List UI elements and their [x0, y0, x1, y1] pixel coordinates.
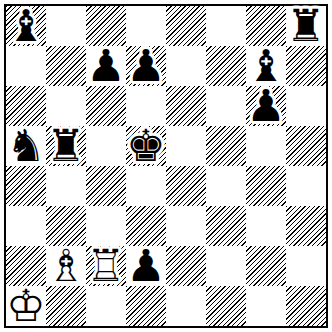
square-a4[interactable]	[6, 166, 46, 206]
square-d6[interactable]	[126, 86, 166, 126]
black-rook[interactable]: ♜	[46, 126, 86, 166]
square-a6[interactable]	[6, 86, 46, 126]
square-h5[interactable]	[286, 126, 326, 166]
square-b2[interactable]: ♝♗	[46, 246, 86, 286]
square-a2[interactable]	[6, 246, 46, 286]
square-g2[interactable]	[246, 246, 286, 286]
square-f5[interactable]	[206, 126, 246, 166]
white-king-glyph: ♔	[6, 286, 46, 326]
square-c5[interactable]	[86, 126, 126, 166]
square-f7[interactable]	[206, 46, 246, 86]
square-g1[interactable]	[246, 286, 286, 326]
square-g7[interactable]: ♝	[246, 46, 286, 86]
black-rook-glyph: ♜	[46, 126, 86, 166]
square-h7[interactable]	[286, 46, 326, 86]
square-a5[interactable]: ♞	[6, 126, 46, 166]
square-c4[interactable]	[86, 166, 126, 206]
square-h4[interactable]	[286, 166, 326, 206]
square-b8[interactable]	[46, 6, 86, 46]
black-bishop-glyph: ♝	[246, 46, 286, 86]
square-e8[interactable]	[166, 6, 206, 46]
square-f1[interactable]	[206, 286, 246, 326]
square-a8[interactable]: ♝	[6, 6, 46, 46]
black-pawn[interactable]: ♟	[246, 86, 286, 126]
black-rook[interactable]: ♜	[286, 6, 326, 46]
black-bishop[interactable]: ♝	[6, 6, 46, 46]
white-bishop-fill: ♝	[46, 246, 86, 286]
black-pawn-glyph: ♟	[86, 46, 126, 86]
black-bishop-glyph: ♝	[6, 6, 46, 46]
square-d8[interactable]	[126, 6, 166, 46]
square-g6[interactable]: ♟	[246, 86, 286, 126]
chess-diagram: ♝♜♟♟♝♟♞♜♚♝♗♜♖♟♚♔	[0, 0, 332, 332]
square-d2[interactable]: ♟	[126, 246, 166, 286]
square-b1[interactable]	[46, 286, 86, 326]
square-e3[interactable]	[166, 206, 206, 246]
white-rook-glyph: ♖	[86, 246, 126, 286]
square-h8[interactable]: ♜	[286, 6, 326, 46]
square-e7[interactable]	[166, 46, 206, 86]
square-g3[interactable]	[246, 206, 286, 246]
black-pawn-glyph: ♟	[126, 246, 166, 286]
black-knight[interactable]: ♞	[6, 126, 46, 166]
square-g4[interactable]	[246, 166, 286, 206]
black-knight-glyph: ♞	[6, 126, 46, 166]
white-king-fill: ♚	[6, 286, 46, 326]
square-d7[interactable]: ♟	[126, 46, 166, 86]
black-rook-glyph: ♜	[286, 6, 326, 46]
square-f6[interactable]	[206, 86, 246, 126]
square-f4[interactable]	[206, 166, 246, 206]
square-c2[interactable]: ♜♖	[86, 246, 126, 286]
square-h2[interactable]	[286, 246, 326, 286]
square-h1[interactable]	[286, 286, 326, 326]
square-c7[interactable]: ♟	[86, 46, 126, 86]
square-b7[interactable]	[46, 46, 86, 86]
black-pawn[interactable]: ♟	[126, 46, 166, 86]
square-a1[interactable]: ♚♔	[6, 286, 46, 326]
white-rook-fill: ♜	[86, 246, 126, 286]
square-g8[interactable]	[246, 6, 286, 46]
square-b5[interactable]: ♜	[46, 126, 86, 166]
square-g5[interactable]	[246, 126, 286, 166]
black-pawn[interactable]: ♟	[86, 46, 126, 86]
square-d3[interactable]	[126, 206, 166, 246]
square-c6[interactable]	[86, 86, 126, 126]
square-e6[interactable]	[166, 86, 206, 126]
square-b3[interactable]	[46, 206, 86, 246]
square-c3[interactable]	[86, 206, 126, 246]
square-e5[interactable]	[166, 126, 206, 166]
black-king-glyph: ♚	[126, 126, 166, 166]
white-bishop[interactable]: ♝♗	[46, 246, 86, 286]
square-c1[interactable]	[86, 286, 126, 326]
square-c8[interactable]	[86, 6, 126, 46]
square-e4[interactable]	[166, 166, 206, 206]
square-d5[interactable]: ♚	[126, 126, 166, 166]
board-frame: ♝♜♟♟♝♟♞♜♚♝♗♜♖♟♚♔	[4, 4, 328, 328]
square-f3[interactable]	[206, 206, 246, 246]
black-pawn[interactable]: ♟	[126, 246, 166, 286]
square-a3[interactable]	[6, 206, 46, 246]
square-e2[interactable]	[166, 246, 206, 286]
square-b6[interactable]	[46, 86, 86, 126]
square-b4[interactable]	[46, 166, 86, 206]
white-bishop-glyph: ♗	[46, 246, 86, 286]
square-a7[interactable]	[6, 46, 46, 86]
square-f8[interactable]	[206, 6, 246, 46]
square-f2[interactable]	[206, 246, 246, 286]
square-d1[interactable]	[126, 286, 166, 326]
square-d4[interactable]	[126, 166, 166, 206]
square-h6[interactable]	[286, 86, 326, 126]
square-e1[interactable]	[166, 286, 206, 326]
black-pawn-glyph: ♟	[126, 46, 166, 86]
black-bishop[interactable]: ♝	[246, 46, 286, 86]
square-h3[interactable]	[286, 206, 326, 246]
chessboard[interactable]: ♝♜♟♟♝♟♞♜♚♝♗♜♖♟♚♔	[6, 6, 326, 326]
white-king[interactable]: ♚♔	[6, 286, 46, 326]
white-rook[interactable]: ♜♖	[86, 246, 126, 286]
black-king[interactable]: ♚	[126, 126, 166, 166]
black-pawn-glyph: ♟	[246, 86, 286, 126]
